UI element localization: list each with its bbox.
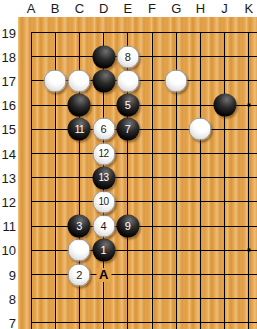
move-number: 7 [125, 124, 131, 135]
grid-vline-K [248, 33, 249, 329]
row-label-11: 11 [0, 220, 16, 233]
grid-vline-F [152, 33, 153, 329]
stone-J16[interactable] [213, 94, 236, 117]
stone-E11[interactable]: 9 [116, 215, 139, 238]
move-number: 4 [101, 221, 107, 232]
move-number: 5 [125, 100, 131, 111]
stone-E18[interactable]: 8 [116, 45, 139, 68]
stone-B17[interactable] [44, 69, 67, 92]
row-label-9: 9 [0, 268, 16, 281]
stone-E17[interactable] [116, 69, 139, 92]
grid-hline-15 [31, 129, 257, 130]
row-label-8: 8 [0, 292, 16, 305]
stone-C11[interactable]: 3 [68, 215, 91, 238]
grid-hline-8 [31, 298, 257, 299]
stone-E16[interactable]: 5 [116, 94, 139, 117]
column-label-A: A [27, 1, 36, 14]
row-labels: 19181716151413121110987 [0, 17, 18, 329]
star-point-K10 [247, 249, 250, 252]
grid-hline-18 [31, 56, 257, 57]
move-number: 6 [101, 124, 107, 135]
grid-vline-H [200, 33, 201, 329]
grid-vline-J [224, 33, 225, 329]
column-labels: ABCDEFGHJK [0, 0, 257, 17]
row-label-14: 14 [0, 147, 16, 160]
row-label-17: 17 [0, 74, 16, 87]
annotation-A: A [96, 268, 111, 282]
stone-D12[interactable]: 10 [92, 190, 115, 213]
column-label-K: K [244, 1, 253, 14]
star-point-K16 [247, 104, 250, 107]
column-label-G: G [171, 1, 181, 14]
move-number: 3 [76, 221, 82, 232]
row-label-15: 15 [0, 123, 16, 136]
grid-hline-12 [31, 201, 257, 202]
stone-D13[interactable]: 13 [92, 166, 115, 189]
column-label-J: J [221, 1, 228, 14]
column-label-C: C [75, 1, 84, 14]
grid-hline-14 [31, 153, 257, 154]
stone-D10[interactable]: 1 [92, 239, 115, 262]
grid-vline-A [31, 33, 32, 329]
grid-hline-11 [31, 226, 257, 227]
move-number: 11 [75, 124, 84, 134]
grid-hline-9 [31, 274, 257, 275]
column-label-D: D [99, 1, 108, 14]
stone-D11[interactable]: 4 [92, 215, 115, 238]
stone-C16[interactable] [68, 94, 91, 117]
stone-C15[interactable]: 11 [68, 118, 91, 141]
row-label-10: 10 [0, 244, 16, 257]
row-label-18: 18 [0, 50, 16, 63]
column-label-B: B [51, 1, 60, 14]
grid-hline-10 [31, 250, 257, 251]
stone-D14[interactable]: 12 [92, 142, 115, 165]
move-number: 1 [101, 245, 107, 256]
stone-D17[interactable] [92, 69, 115, 92]
stone-D15[interactable]: 6 [92, 118, 115, 141]
move-number: 13 [99, 173, 109, 183]
stone-C10[interactable] [68, 239, 91, 262]
stone-G17[interactable] [165, 69, 188, 92]
stone-C17[interactable] [68, 69, 91, 92]
go-diagram: ABCDEFGHJK 19181716151413121110987 12345… [0, 0, 257, 329]
column-label-F: F [148, 1, 156, 14]
grid-hline-7 [31, 322, 257, 323]
row-label-12: 12 [0, 195, 16, 208]
go-board[interactable]: 12345678910111213A [18, 17, 257, 329]
column-label-E: E [123, 1, 132, 14]
stone-D18[interactable] [92, 45, 115, 68]
stone-E15[interactable]: 7 [116, 118, 139, 141]
stone-C9[interactable]: 2 [68, 263, 91, 286]
row-label-19: 19 [0, 26, 16, 39]
grid-hline-19 [31, 32, 257, 33]
move-number: 8 [125, 51, 131, 62]
row-label-16: 16 [0, 99, 16, 112]
move-number: 2 [76, 269, 82, 280]
row-label-13: 13 [0, 171, 16, 184]
move-number: 12 [99, 149, 109, 159]
row-label-7: 7 [0, 316, 16, 329]
move-number: 9 [125, 221, 131, 232]
column-label-H: H [196, 1, 205, 14]
move-number: 10 [99, 197, 109, 207]
stone-H15[interactable] [189, 118, 212, 141]
grid-hline-13 [31, 177, 257, 178]
